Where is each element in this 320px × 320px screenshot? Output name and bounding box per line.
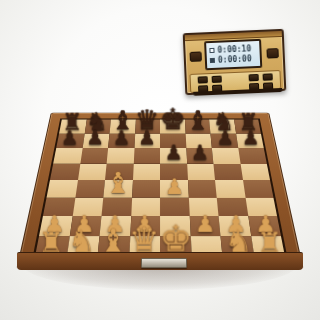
square-f5[interactable] bbox=[187, 164, 215, 180]
square-d5[interactable] bbox=[133, 164, 161, 180]
square-e3[interactable] bbox=[160, 197, 189, 216]
white-pawn-e4[interactable]: ♟ bbox=[164, 176, 183, 198]
black-bishop-f8[interactable]: ♝ bbox=[186, 108, 209, 134]
black-pawn-f6[interactable]: ♟ bbox=[191, 143, 209, 163]
square-b5[interactable] bbox=[78, 164, 107, 180]
black-pawn-g7[interactable]: ♟ bbox=[216, 128, 234, 148]
square-h6[interactable] bbox=[238, 148, 267, 164]
square-d4[interactable] bbox=[132, 180, 160, 197]
square-b7[interactable]: ♟ bbox=[82, 133, 109, 148]
board-wooden-frame: ♜♞♝♛♚♝♞♜♟♟♟♟♟♟♟♟♝♟♟♟♟♟♟♟♟♜♞♝♛♚♞♜ bbox=[17, 113, 304, 269]
square-a6[interactable] bbox=[53, 148, 82, 164]
square-g6[interactable] bbox=[212, 148, 240, 164]
white-indicator-icon bbox=[209, 48, 214, 53]
square-c6[interactable] bbox=[107, 148, 134, 164]
square-a7[interactable]: ♟ bbox=[56, 133, 84, 148]
square-f6[interactable]: ♟ bbox=[186, 148, 213, 164]
board-front-edge bbox=[17, 252, 303, 270]
black-king-e8[interactable]: ♚ bbox=[159, 104, 185, 133]
chess-computer-clock: 0:00:10 0:00:00 bbox=[183, 29, 287, 95]
product-photo-scene: ♜♞♝♛♚♝♞♜♟♟♟♟♟♟♟♟♝♟♟♟♟♟♟♟♟♜♞♝♛♚♞♜ 0:00:10… bbox=[0, 0, 320, 320]
black-time: 0:00:00 bbox=[218, 54, 252, 64]
clock-right-button[interactable] bbox=[266, 48, 278, 59]
white-pawn-f2[interactable]: ♟ bbox=[195, 213, 216, 236]
square-b6[interactable] bbox=[80, 148, 108, 164]
white-time: 0:00:10 bbox=[217, 44, 251, 54]
black-time-row: 0:00:00 bbox=[210, 54, 257, 65]
clock-lcd-display: 0:00:10 0:00:00 bbox=[204, 39, 262, 70]
square-h7[interactable]: ♟ bbox=[236, 133, 264, 148]
square-h5[interactable] bbox=[240, 164, 270, 180]
black-pawn-c7[interactable]: ♟ bbox=[112, 128, 130, 148]
square-c4[interactable]: ♝ bbox=[103, 180, 132, 197]
square-a5[interactable] bbox=[50, 164, 80, 180]
black-pawn-d7[interactable]: ♟ bbox=[138, 128, 156, 148]
square-f4[interactable] bbox=[188, 180, 217, 197]
white-bishop-c4[interactable]: ♝ bbox=[105, 169, 131, 198]
function-button[interactable] bbox=[212, 76, 222, 83]
square-e4[interactable]: ♟ bbox=[160, 180, 188, 197]
square-d7[interactable]: ♟ bbox=[134, 133, 160, 148]
black-indicator-icon bbox=[210, 58, 215, 63]
black-pawn-a7[interactable]: ♟ bbox=[60, 128, 78, 148]
square-f8[interactable]: ♝ bbox=[185, 120, 211, 134]
board-playing-area: ♜♞♝♛♚♝♞♜♟♟♟♟♟♟♟♟♝♟♟♟♟♟♟♟♟♜♞♝♛♚♞♜ bbox=[32, 119, 287, 259]
function-button[interactable] bbox=[263, 73, 273, 80]
square-b4[interactable] bbox=[75, 180, 105, 197]
black-pawn-b7[interactable]: ♟ bbox=[86, 128, 104, 148]
square-f2[interactable]: ♟ bbox=[189, 216, 220, 236]
square-h4[interactable] bbox=[243, 180, 274, 197]
square-e6[interactable]: ♟ bbox=[160, 148, 187, 164]
square-e8[interactable]: ♚ bbox=[160, 120, 185, 134]
black-pawn-h7[interactable]: ♟ bbox=[242, 128, 260, 148]
square-a4[interactable] bbox=[47, 180, 78, 197]
chess-board: ♜♞♝♛♚♝♞♜♟♟♟♟♟♟♟♟♝♟♟♟♟♟♟♟♟♜♞♝♛♚♞♜ bbox=[17, 113, 304, 269]
function-button[interactable] bbox=[198, 76, 208, 83]
square-g4[interactable] bbox=[215, 180, 245, 197]
brand-nameplate bbox=[141, 258, 187, 268]
black-pawn-e6[interactable]: ♟ bbox=[164, 143, 182, 163]
square-c7[interactable]: ♟ bbox=[108, 133, 135, 148]
board-squares-grid: ♜♞♝♛♚♝♞♜♟♟♟♟♟♟♟♟♝♟♟♟♟♟♟♟♟♜♞♝♛♚♞♜ bbox=[35, 120, 285, 257]
square-g7[interactable]: ♟ bbox=[210, 133, 237, 148]
function-button[interactable] bbox=[249, 74, 259, 81]
square-g5[interactable] bbox=[213, 164, 242, 180]
clock-left-button[interactable] bbox=[190, 51, 202, 62]
square-d6[interactable] bbox=[133, 148, 160, 164]
